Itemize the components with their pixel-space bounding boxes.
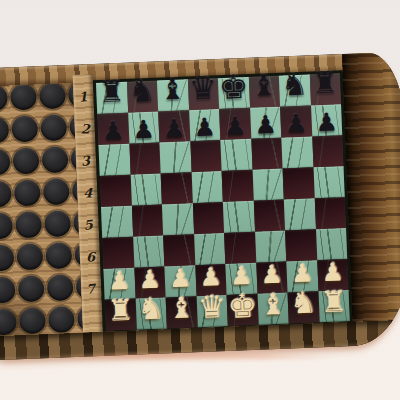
- square-b4[interactable]: [131, 204, 163, 236]
- checker-disc[interactable]: [40, 114, 67, 141]
- piece-black-rook[interactable]: ♜: [309, 66, 341, 100]
- piece-white-bishop[interactable]: ♝: [257, 288, 289, 322]
- rank-slot: 6: [79, 240, 100, 273]
- square-a3[interactable]: [102, 237, 134, 269]
- piece-black-pawn[interactable]: ♟: [158, 112, 190, 143]
- rank-label-4: 4: [84, 185, 93, 200]
- piece-black-rook[interactable]: ♜: [96, 75, 128, 109]
- piece-black-bishop[interactable]: ♝: [157, 72, 189, 106]
- square-f3[interactable]: [255, 231, 287, 263]
- checker-disc[interactable]: [15, 211, 42, 238]
- square-c4[interactable]: [162, 203, 194, 235]
- square-h3[interactable]: [316, 228, 348, 260]
- piece-black-pawn[interactable]: ♟: [280, 107, 312, 138]
- square-e3[interactable]: [224, 232, 256, 264]
- piece-white-bishop[interactable]: ♝: [165, 291, 197, 325]
- rank-label-6: 6: [86, 249, 95, 264]
- rank-slot: 2: [74, 112, 95, 145]
- piece-black-pawn[interactable]: ♟: [311, 106, 343, 137]
- square-h6[interactable]: [312, 135, 344, 167]
- square-g5[interactable]: [283, 167, 315, 199]
- piece-black-knight[interactable]: ♞: [279, 67, 311, 101]
- square-e5[interactable]: [222, 170, 254, 202]
- checker-disc[interactable]: [0, 117, 9, 144]
- square-b5[interactable]: [130, 174, 162, 206]
- checker-disc[interactable]: [9, 83, 36, 110]
- square-d6[interactable]: [190, 140, 222, 172]
- piece-white-knight[interactable]: ♞: [287, 286, 319, 320]
- piece-black-pawn[interactable]: ♟: [189, 111, 221, 142]
- piece-black-pawn[interactable]: ♟: [128, 114, 160, 145]
- checker-disc[interactable]: [0, 85, 8, 112]
- square-d3[interactable]: [194, 233, 226, 265]
- piece-white-rook[interactable]: ♜: [318, 285, 350, 319]
- photo-scene: 1234567 ♜♞♝♛♚♝♞♜♟♟♟♟♟♟♟♟♟♟♟♟♟♟♟♟♜♞♝♛♚♝♞♜: [0, 0, 400, 400]
- square-g4[interactable]: [284, 198, 316, 230]
- square-a5[interactable]: [100, 175, 132, 207]
- square-d5[interactable]: [191, 171, 223, 203]
- checker-disc[interactable]: [41, 146, 68, 173]
- rank-slot: 5: [78, 208, 99, 241]
- checker-disc[interactable]: [12, 147, 39, 174]
- square-a6[interactable]: [98, 144, 130, 176]
- square-c5[interactable]: [161, 172, 193, 204]
- checker-disc[interactable]: [0, 244, 14, 271]
- table-reflection: [40, 354, 340, 359]
- square-b6[interactable]: [129, 143, 161, 175]
- checker-disc[interactable]: [45, 242, 72, 269]
- checker-disc[interactable]: [44, 210, 71, 237]
- square-f4[interactable]: [253, 200, 285, 232]
- piece-black-pawn[interactable]: ♟: [97, 115, 129, 146]
- checker-disc[interactable]: [18, 307, 45, 334]
- rank-slot: 4: [77, 176, 98, 209]
- square-h5[interactable]: [313, 166, 345, 198]
- piece-black-bishop[interactable]: ♝: [248, 69, 280, 103]
- rank-label-2: 2: [81, 121, 90, 136]
- square-e4[interactable]: [223, 201, 255, 233]
- square-e6[interactable]: [220, 139, 252, 171]
- checker-disc[interactable]: [11, 115, 38, 142]
- checker-disc[interactable]: [38, 82, 65, 109]
- rank-label-5: 5: [83, 216, 94, 232]
- piece-black-pawn[interactable]: ♟: [219, 110, 251, 141]
- checker-disc[interactable]: [0, 308, 17, 335]
- piece-white-queen[interactable]: ♛: [196, 290, 228, 324]
- checker-disc[interactable]: [0, 149, 10, 176]
- piece-white-king[interactable]: ♚: [226, 289, 258, 323]
- piece-white-knight[interactable]: ♞: [135, 292, 167, 326]
- square-f5[interactable]: [252, 169, 284, 201]
- rank-label-1: 1: [78, 89, 89, 105]
- square-c3[interactable]: [163, 234, 195, 266]
- piece-black-king[interactable]: ♚: [218, 70, 250, 104]
- square-g6[interactable]: [281, 136, 313, 168]
- checker-disc[interactable]: [16, 243, 43, 270]
- rank-slot: 7: [81, 272, 102, 305]
- square-a4[interactable]: [101, 206, 133, 238]
- piece-black-queen[interactable]: ♛: [187, 71, 219, 105]
- checker-disc[interactable]: [0, 276, 15, 303]
- square-b3[interactable]: [133, 235, 165, 267]
- checker-disc[interactable]: [0, 213, 13, 240]
- checker-disc[interactable]: [47, 306, 74, 333]
- checker-disc[interactable]: [13, 179, 40, 206]
- checker-disc[interactable]: [0, 181, 11, 208]
- rank-slot: 1: [73, 80, 94, 113]
- checkers-disc-grid: [0, 78, 83, 338]
- checker-disc[interactable]: [46, 274, 73, 301]
- square-h4[interactable]: [314, 197, 346, 229]
- checker-disc[interactable]: [42, 178, 69, 205]
- wooden-chess-set: 1234567 ♜♞♝♛♚♝♞♜♟♟♟♟♟♟♟♟♟♟♟♟♟♟♟♟♜♞♝♛♚♝♞♜: [0, 52, 400, 361]
- rank-label-3: 3: [81, 153, 92, 169]
- square-d4[interactable]: [192, 202, 224, 234]
- rank-label-7: 7: [86, 280, 97, 296]
- checker-disc[interactable]: [17, 275, 44, 302]
- piece-black-knight[interactable]: ♞: [126, 74, 158, 108]
- square-c6[interactable]: [159, 141, 191, 173]
- rank-slot: 3: [75, 144, 96, 177]
- square-g3[interactable]: [285, 229, 317, 261]
- piece-white-rook[interactable]: ♜: [104, 294, 136, 328]
- square-f6[interactable]: [251, 138, 283, 170]
- checkers-storage-panel: [0, 75, 83, 340]
- piece-black-pawn[interactable]: ♟: [250, 109, 282, 140]
